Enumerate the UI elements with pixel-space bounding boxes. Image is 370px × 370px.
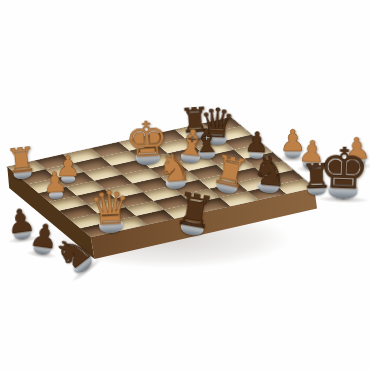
white-queen-a1[interactable]: ♛ [88, 184, 132, 232]
black-king-offboard[interactable]: ♚ [318, 140, 370, 198]
product-photo-stage: ♜♟♟♛♚♝♞♜♟♟♟♜♛♝♟♞♜♜♚♟♟♞ [0, 0, 370, 370]
pawn-glyph: ♟ [42, 168, 69, 198]
knight-glyph: ♞ [250, 150, 289, 193]
king-glyph: ♚ [318, 140, 370, 198]
knight-glyph: ♞ [156, 148, 193, 189]
rook-glyph: ♜ [4, 142, 38, 179]
white-rook-a8[interactable]: ♜ [4, 142, 38, 179]
black-knight-g1[interactable]: ♞ [250, 150, 289, 193]
white-pawn-a6[interactable]: ♟ [42, 168, 69, 198]
pieces-layer: ♜♟♟♛♚♝♞♜♟♟♟♜♛♝♟♞♜♜♚♟♟♞ [0, 0, 370, 370]
queen-glyph: ♛ [88, 184, 132, 232]
black-rook-d1[interactable]: ♜ [172, 186, 218, 236]
rook-glyph: ♜ [172, 186, 218, 236]
white-knight-e3[interactable]: ♞ [156, 148, 193, 189]
